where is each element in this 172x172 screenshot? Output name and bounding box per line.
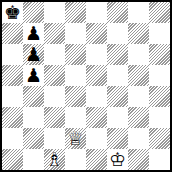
square-a1[interactable]	[2, 149, 23, 170]
square-a3[interactable]	[2, 107, 23, 128]
square-e7[interactable]	[86, 23, 107, 44]
square-c5[interactable]	[44, 65, 65, 86]
square-h8[interactable]	[149, 2, 170, 23]
chess-diagram: ♚♟♟♟♛♕♝♗♚♔	[0, 0, 172, 172]
square-e2[interactable]	[86, 128, 107, 149]
black-pawn-glyph: ♟	[23, 44, 44, 65]
square-a4[interactable]	[2, 86, 23, 107]
square-b4[interactable]	[23, 86, 44, 107]
piece-white-king[interactable]: ♚♔	[107, 149, 128, 170]
square-g4[interactable]	[128, 86, 149, 107]
square-d8[interactable]	[65, 2, 86, 23]
square-g3[interactable]	[128, 107, 149, 128]
square-e4[interactable]	[86, 86, 107, 107]
square-c7[interactable]	[44, 23, 65, 44]
piece-black-pawn[interactable]: ♟	[23, 23, 44, 44]
square-e6[interactable]	[86, 44, 107, 65]
square-d1[interactable]	[65, 149, 86, 170]
square-b8[interactable]	[23, 2, 44, 23]
square-d4[interactable]	[65, 86, 86, 107]
square-f3[interactable]	[107, 107, 128, 128]
black-pawn-glyph: ♟	[23, 23, 44, 44]
square-a5[interactable]	[2, 65, 23, 86]
square-g2[interactable]	[128, 128, 149, 149]
square-f7[interactable]	[107, 23, 128, 44]
square-b7[interactable]: ♟	[23, 23, 44, 44]
square-b5[interactable]: ♟	[23, 65, 44, 86]
square-f6[interactable]	[107, 44, 128, 65]
square-h4[interactable]	[149, 86, 170, 107]
square-e1[interactable]	[86, 149, 107, 170]
square-h3[interactable]	[149, 107, 170, 128]
square-f8[interactable]	[107, 2, 128, 23]
square-a8[interactable]: ♚	[2, 2, 23, 23]
black-pawn-glyph: ♟	[23, 65, 44, 86]
square-b1[interactable]	[23, 149, 44, 170]
square-f2[interactable]	[107, 128, 128, 149]
square-c8[interactable]	[44, 2, 65, 23]
square-h7[interactable]	[149, 23, 170, 44]
square-f1[interactable]: ♚♔	[107, 149, 128, 170]
piece-black-king[interactable]: ♚	[2, 2, 23, 23]
piece-black-pawn[interactable]: ♟	[23, 65, 44, 86]
square-b2[interactable]	[23, 128, 44, 149]
square-h5[interactable]	[149, 65, 170, 86]
square-c4[interactable]	[44, 86, 65, 107]
square-a6[interactable]	[2, 44, 23, 65]
square-a7[interactable]	[2, 23, 23, 44]
square-c3[interactable]	[44, 107, 65, 128]
white-king-outline-glyph: ♔	[107, 149, 128, 170]
piece-black-pawn[interactable]: ♟	[23, 44, 44, 65]
square-f4[interactable]	[107, 86, 128, 107]
square-b3[interactable]	[23, 107, 44, 128]
square-g5[interactable]	[128, 65, 149, 86]
square-f5[interactable]	[107, 65, 128, 86]
square-g7[interactable]	[128, 23, 149, 44]
square-d5[interactable]	[65, 65, 86, 86]
square-c2[interactable]	[44, 128, 65, 149]
square-e5[interactable]	[86, 65, 107, 86]
white-bishop-outline-glyph: ♗	[44, 149, 65, 170]
chess-board: ♚♟♟♟♛♕♝♗♚♔	[2, 2, 170, 170]
square-c6[interactable]	[44, 44, 65, 65]
square-h6[interactable]	[149, 44, 170, 65]
square-h1[interactable]	[149, 149, 170, 170]
black-king-glyph: ♚	[2, 2, 23, 23]
square-d2[interactable]: ♛♕	[65, 128, 86, 149]
square-e8[interactable]	[86, 2, 107, 23]
square-h2[interactable]	[149, 128, 170, 149]
square-g8[interactable]	[128, 2, 149, 23]
white-queen-outline-glyph: ♕	[65, 128, 86, 149]
square-d6[interactable]	[65, 44, 86, 65]
square-b6[interactable]: ♟	[23, 44, 44, 65]
square-d7[interactable]	[65, 23, 86, 44]
square-d3[interactable]	[65, 107, 86, 128]
square-c1[interactable]: ♝♗	[44, 149, 65, 170]
square-e3[interactable]	[86, 107, 107, 128]
square-a2[interactable]	[2, 128, 23, 149]
square-g6[interactable]	[128, 44, 149, 65]
piece-white-bishop[interactable]: ♝♗	[44, 149, 65, 170]
piece-white-queen[interactable]: ♛♕	[65, 128, 86, 149]
square-g1[interactable]	[128, 149, 149, 170]
